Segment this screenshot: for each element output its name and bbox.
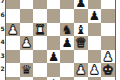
rank-label-7: 7 — [0, 0, 5, 4]
black-queen-b2: ♛ — [21, 63, 32, 77]
square-d5[interactable] — [47, 23, 61, 37]
square-b3[interactable] — [20, 50, 34, 64]
square-e1[interactable] — [60, 77, 74, 80]
square-g3[interactable] — [88, 50, 102, 64]
black-pawn-e4: ♟ — [62, 36, 73, 50]
square-b7[interactable] — [20, 0, 34, 9]
square-e7[interactable] — [60, 0, 74, 9]
black-pawn-d3: ♟ — [48, 50, 59, 64]
black-pawn-f7: ♟ — [75, 0, 86, 9]
rank-label-5: 5 — [0, 26, 5, 32]
square-f3[interactable] — [74, 50, 88, 64]
white-pawn-h3: ♟ — [102, 50, 113, 64]
black-pawn-g6: ♟ — [89, 9, 100, 23]
square-g2[interactable]: ♟ — [88, 63, 102, 77]
square-c4[interactable] — [33, 36, 47, 50]
black-bishop-f5: ♝ — [75, 23, 86, 37]
square-f2[interactable]: ♟ — [74, 63, 88, 77]
square-b2[interactable]: ♛ — [20, 63, 34, 77]
square-e4[interactable]: ♟ — [60, 36, 74, 50]
rank-label-3: 3 — [0, 53, 5, 59]
chess-board: ♟♟♟♜♞♝♟♟♛♟♟♛♟♟♚♚ — [5, 0, 116, 80]
white-rook-c5: ♜ — [34, 23, 45, 37]
white-pawn-f2: ♟ — [75, 63, 86, 77]
square-h4[interactable] — [101, 36, 115, 50]
square-d6[interactable] — [47, 9, 61, 23]
rank-label-6: 6 — [0, 12, 5, 18]
square-h7[interactable] — [101, 0, 115, 9]
black-knight-e5: ♞ — [62, 23, 73, 37]
square-h2[interactable]: ♚ — [101, 63, 115, 77]
square-d7[interactable] — [47, 0, 61, 9]
square-e2[interactable] — [60, 63, 74, 77]
white-pawn-a5: ♟ — [7, 23, 18, 37]
square-c7[interactable] — [33, 0, 47, 9]
square-a6[interactable] — [6, 9, 20, 23]
square-e6[interactable] — [60, 9, 74, 23]
square-h1[interactable] — [101, 77, 115, 80]
rank-label-4: 4 — [0, 39, 5, 45]
square-d4[interactable] — [47, 36, 61, 50]
square-h3[interactable]: ♟ — [101, 50, 115, 64]
white-pawn-b4: ♟ — [21, 36, 32, 50]
chess-diagram: ♟♟♟♜♞♝♟♟♛♟♟♛♟♟♚♚ 7654321 — [0, 0, 120, 80]
square-c1[interactable] — [33, 77, 47, 80]
square-a3[interactable] — [6, 50, 20, 64]
square-b5[interactable] — [20, 23, 34, 37]
square-f6[interactable] — [74, 9, 88, 23]
square-d1[interactable]: ♚ — [47, 77, 61, 80]
black-king-d1: ♚ — [48, 77, 59, 80]
square-a1[interactable] — [6, 77, 20, 80]
rank-label-2: 2 — [0, 66, 5, 72]
square-b1[interactable] — [20, 77, 34, 80]
square-a5[interactable]: ♟ — [6, 23, 20, 37]
white-king-h2: ♚ — [102, 63, 113, 77]
square-h5[interactable] — [101, 23, 115, 37]
square-d2[interactable] — [47, 63, 61, 77]
square-c3[interactable] — [33, 50, 47, 64]
square-g4[interactable] — [88, 36, 102, 50]
square-a4[interactable] — [6, 36, 20, 50]
square-g6[interactable]: ♟ — [88, 9, 102, 23]
square-c5[interactable]: ♜ — [33, 23, 47, 37]
square-c2[interactable] — [33, 63, 47, 77]
square-a2[interactable] — [6, 63, 20, 77]
square-g5[interactable] — [88, 23, 102, 37]
square-e5[interactable]: ♞ — [60, 23, 74, 37]
white-pawn-g2: ♟ — [89, 63, 100, 77]
square-a7[interactable] — [6, 0, 20, 9]
square-g1[interactable] — [88, 77, 102, 80]
square-b4[interactable]: ♟ — [20, 36, 34, 50]
square-d3[interactable]: ♟ — [47, 50, 61, 64]
square-e3[interactable] — [60, 50, 74, 64]
square-h6[interactable] — [101, 9, 115, 23]
square-f1[interactable] — [74, 77, 88, 80]
square-f5[interactable]: ♝ — [74, 23, 88, 37]
square-f4[interactable]: ♛ — [74, 36, 88, 50]
square-c6[interactable] — [33, 9, 47, 23]
square-b6[interactable] — [20, 9, 34, 23]
square-f7[interactable]: ♟ — [74, 0, 88, 9]
white-queen-f4: ♛ — [75, 36, 86, 50]
